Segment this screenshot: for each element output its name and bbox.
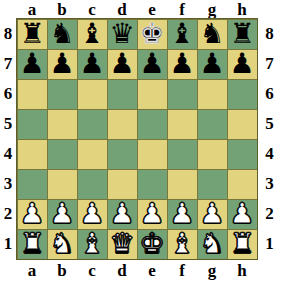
black-rook[interactable]: ♜ <box>19 19 44 49</box>
rank-label-left-4: 4 <box>0 139 16 169</box>
square-f2[interactable]: ♟ <box>167 199 197 229</box>
square-f8[interactable]: ♝ <box>167 19 197 49</box>
square-h2[interactable]: ♟ <box>227 199 257 229</box>
white-pawn[interactable]: ♟ <box>229 199 254 229</box>
square-c8[interactable]: ♝ <box>77 19 107 49</box>
black-queen[interactable]: ♛ <box>109 19 134 49</box>
file-label-bottom-c: c <box>77 260 107 283</box>
white-knight[interactable]: ♞ <box>49 229 74 259</box>
square-a7[interactable]: ♟ <box>17 49 47 79</box>
white-pawn[interactable]: ♟ <box>49 199 74 229</box>
white-pawn[interactable]: ♟ <box>199 199 224 229</box>
white-rook[interactable]: ♜ <box>229 229 254 259</box>
square-b2[interactable]: ♟ <box>47 199 77 229</box>
square-a1[interactable]: ♜ <box>17 229 47 259</box>
rank-label-right-4: 4 <box>258 139 281 169</box>
square-d8[interactable]: ♛ <box>107 19 137 49</box>
black-rook[interactable]: ♜ <box>229 19 254 49</box>
rank-label-right-7: 7 <box>258 49 281 79</box>
square-a8[interactable]: ♜ <box>17 19 47 49</box>
square-e7[interactable]: ♟ <box>137 49 167 79</box>
square-g5[interactable] <box>197 109 227 139</box>
white-queen[interactable]: ♛ <box>109 229 134 259</box>
rank-label-right-3: 3 <box>258 169 281 199</box>
file-label-bottom-a: a <box>17 260 47 283</box>
white-king[interactable]: ♚ <box>139 229 164 259</box>
square-c4[interactable] <box>77 139 107 169</box>
square-c6[interactable] <box>77 79 107 109</box>
rank-label-left-8: 8 <box>0 19 16 49</box>
square-g2[interactable]: ♟ <box>197 199 227 229</box>
black-pawn[interactable]: ♟ <box>199 49 224 79</box>
black-bishop[interactable]: ♝ <box>79 19 104 49</box>
square-d7[interactable]: ♟ <box>107 49 137 79</box>
chess-board: ♜♞♝♛♚♝♞♜♟♟♟♟♟♟♟♟♟♟♟♟♟♟♟♟♜♞♝♛♚♝♞♜ <box>16 18 258 260</box>
file-label-bottom-f: f <box>167 260 197 283</box>
rank-labels-left: 87654321 <box>0 19 16 259</box>
chess-diagram: abcdefgh 87654321 ♜♞♝♛♚♝♞♜♟♟♟♟♟♟♟♟♟♟♟♟♟♟… <box>0 0 281 283</box>
square-d4[interactable] <box>107 139 137 169</box>
white-pawn[interactable]: ♟ <box>79 199 104 229</box>
square-e5[interactable] <box>137 109 167 139</box>
file-labels-bottom: abcdefgh <box>17 260 257 283</box>
square-b8[interactable]: ♞ <box>47 19 77 49</box>
rank-label-left-5: 5 <box>0 109 16 139</box>
square-a6[interactable] <box>17 79 47 109</box>
file-label-bottom-g: g <box>197 260 227 283</box>
square-d2[interactable]: ♟ <box>107 199 137 229</box>
square-h5[interactable] <box>227 109 257 139</box>
square-g6[interactable] <box>197 79 227 109</box>
square-c2[interactable]: ♟ <box>77 199 107 229</box>
square-g8[interactable]: ♞ <box>197 19 227 49</box>
black-knight[interactable]: ♞ <box>49 19 74 49</box>
square-f1[interactable]: ♝ <box>167 229 197 259</box>
rank-label-right-1: 1 <box>258 229 281 259</box>
square-e8[interactable]: ♚ <box>137 19 167 49</box>
black-pawn[interactable]: ♟ <box>229 49 254 79</box>
rank-label-right-5: 5 <box>258 109 281 139</box>
square-f4[interactable] <box>167 139 197 169</box>
black-king[interactable]: ♚ <box>139 19 164 49</box>
square-f5[interactable] <box>167 109 197 139</box>
square-b7[interactable]: ♟ <box>47 49 77 79</box>
rank-label-left-1: 1 <box>0 229 16 259</box>
white-knight[interactable]: ♞ <box>199 229 224 259</box>
square-c1[interactable]: ♝ <box>77 229 107 259</box>
white-bishop[interactable]: ♝ <box>79 229 104 259</box>
black-pawn[interactable]: ♟ <box>79 49 104 79</box>
rank-label-right-2: 2 <box>258 199 281 229</box>
white-bishop[interactable]: ♝ <box>169 229 194 259</box>
square-g7[interactable]: ♟ <box>197 49 227 79</box>
square-b3[interactable] <box>47 169 77 199</box>
file-label-bottom-b: b <box>47 260 77 283</box>
rank-label-left-3: 3 <box>0 169 16 199</box>
square-g4[interactable] <box>197 139 227 169</box>
square-f3[interactable] <box>167 169 197 199</box>
white-pawn[interactable]: ♟ <box>139 199 164 229</box>
white-rook[interactable]: ♜ <box>19 229 44 259</box>
square-a5[interactable] <box>17 109 47 139</box>
square-d3[interactable] <box>107 169 137 199</box>
rank-label-left-6: 6 <box>0 79 16 109</box>
square-h6[interactable] <box>227 79 257 109</box>
black-pawn[interactable]: ♟ <box>139 49 164 79</box>
black-pawn[interactable]: ♟ <box>49 49 74 79</box>
square-d5[interactable] <box>107 109 137 139</box>
rank-label-left-7: 7 <box>0 49 16 79</box>
black-knight[interactable]: ♞ <box>199 19 224 49</box>
square-e1[interactable]: ♚ <box>137 229 167 259</box>
white-pawn[interactable]: ♟ <box>169 199 194 229</box>
black-pawn[interactable]: ♟ <box>109 49 134 79</box>
square-b5[interactable] <box>47 109 77 139</box>
rank-label-right-6: 6 <box>258 79 281 109</box>
square-b4[interactable] <box>47 139 77 169</box>
square-a4[interactable] <box>17 139 47 169</box>
square-f7[interactable]: ♟ <box>167 49 197 79</box>
square-d1[interactable]: ♛ <box>107 229 137 259</box>
square-g3[interactable] <box>197 169 227 199</box>
square-e3[interactable] <box>137 169 167 199</box>
square-h8[interactable]: ♜ <box>227 19 257 49</box>
square-c7[interactable]: ♟ <box>77 49 107 79</box>
square-b1[interactable]: ♞ <box>47 229 77 259</box>
square-c3[interactable] <box>77 169 107 199</box>
file-labels-top: abcdefgh <box>17 0 257 18</box>
black-bishop[interactable]: ♝ <box>169 19 194 49</box>
square-d6[interactable] <box>107 79 137 109</box>
square-e4[interactable] <box>137 139 167 169</box>
rank-labels-right: 87654321 <box>258 19 281 259</box>
white-pawn[interactable]: ♟ <box>19 199 44 229</box>
file-label-bottom-d: d <box>107 260 137 283</box>
square-h7[interactable]: ♟ <box>227 49 257 79</box>
file-label-bottom-e: e <box>137 260 167 283</box>
white-pawn[interactable]: ♟ <box>109 199 134 229</box>
square-h4[interactable] <box>227 139 257 169</box>
square-h1[interactable]: ♜ <box>227 229 257 259</box>
square-g1[interactable]: ♞ <box>197 229 227 259</box>
square-a3[interactable] <box>17 169 47 199</box>
rank-label-right-8: 8 <box>258 19 281 49</box>
square-e6[interactable] <box>137 79 167 109</box>
square-f6[interactable] <box>167 79 197 109</box>
square-e2[interactable]: ♟ <box>137 199 167 229</box>
square-c5[interactable] <box>77 109 107 139</box>
square-b6[interactable] <box>47 79 77 109</box>
square-a2[interactable]: ♟ <box>17 199 47 229</box>
black-pawn[interactable]: ♟ <box>169 49 194 79</box>
black-pawn[interactable]: ♟ <box>19 49 44 79</box>
square-h3[interactable] <box>227 169 257 199</box>
file-label-bottom-h: h <box>227 260 257 283</box>
rank-label-left-2: 2 <box>0 199 16 229</box>
